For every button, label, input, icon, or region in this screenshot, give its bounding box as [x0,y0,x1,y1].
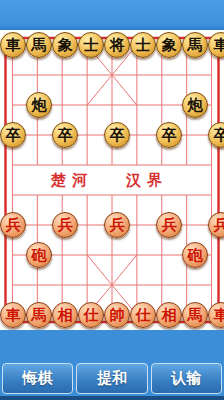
piece-red[interactable]: 車 [0,302,26,328]
piece-red[interactable]: 相 [156,302,182,328]
piece-black[interactable]: 炮 [182,92,208,118]
piece-red[interactable]: 砲 [26,242,52,268]
piece-red[interactable]: 車 [208,302,224,328]
piece-black[interactable]: 卒 [104,122,130,148]
piece-red[interactable]: 相 [52,302,78,328]
piece-red[interactable]: 帥 [104,302,130,328]
piece-black[interactable]: 卒 [208,122,224,148]
app-screen: 楚河 汉界 車馬象士将士象馬車炮炮卒卒卒卒卒兵兵兵兵兵砲砲車馬相仕帥仕相馬車 悔… [0,0,224,400]
piece-black[interactable]: 車 [208,32,224,58]
piece-red[interactable]: 兵 [0,212,26,238]
piece-black[interactable]: 士 [78,32,104,58]
piece-black[interactable]: 象 [156,32,182,58]
piece-black[interactable]: 卒 [0,122,26,148]
piece-red[interactable]: 馬 [182,302,208,328]
piece-black[interactable]: 将 [104,32,130,58]
piece-black[interactable]: 卒 [52,122,78,148]
status-bar [0,0,224,30]
piece-black[interactable]: 士 [130,32,156,58]
bottom-toolbar: 悔棋 提和 认输 [0,330,224,400]
button-row: 悔棋 提和 认输 [0,363,224,394]
offer-draw-button[interactable]: 提和 [76,363,147,394]
piece-red[interactable]: 仕 [130,302,156,328]
piece-red[interactable]: 兵 [208,212,224,238]
piece-black[interactable]: 馬 [26,32,52,58]
piece-red[interactable]: 仕 [78,302,104,328]
xiangqi-board[interactable]: 楚河 汉界 車馬象士将士象馬車炮炮卒卒卒卒卒兵兵兵兵兵砲砲車馬相仕帥仕相馬車 [0,30,224,330]
piece-red[interactable]: 馬 [26,302,52,328]
undo-move-button[interactable]: 悔棋 [2,363,73,394]
piece-black[interactable]: 卒 [156,122,182,148]
piece-black[interactable]: 象 [52,32,78,58]
piece-black[interactable]: 馬 [182,32,208,58]
piece-black[interactable]: 炮 [26,92,52,118]
piece-red[interactable]: 兵 [52,212,78,238]
piece-red[interactable]: 兵 [156,212,182,238]
bottom-edge-strip [0,396,224,400]
piece-black[interactable]: 車 [0,32,26,58]
board-cells: 車馬象士将士象馬車炮炮卒卒卒卒卒兵兵兵兵兵砲砲車馬相仕帥仕相馬車 [0,30,224,330]
piece-red[interactable]: 兵 [104,212,130,238]
piece-red[interactable]: 砲 [182,242,208,268]
resign-button[interactable]: 认输 [151,363,222,394]
